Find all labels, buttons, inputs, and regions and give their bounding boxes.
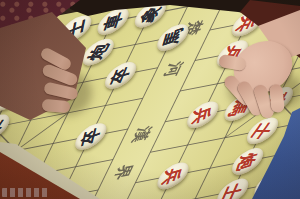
left-hand-finger xyxy=(42,99,71,113)
xiangqi-photo-scene: 楚河漢界士車將炮象馬卒馬車卒卒兵兵兵兵馬車士炮士相 xyxy=(0,0,300,199)
watermark xyxy=(2,188,48,197)
